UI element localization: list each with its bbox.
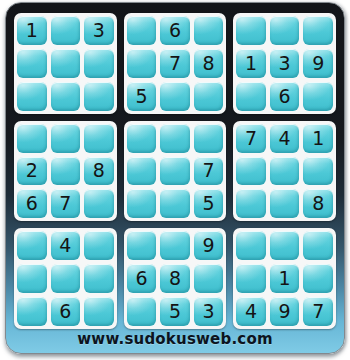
cell-r8c3[interactable] xyxy=(84,264,114,293)
cell-r3c7[interactable] xyxy=(236,82,266,111)
cell-r4c2[interactable] xyxy=(51,124,81,153)
box-1-1: 13 xyxy=(14,13,117,114)
cell-r6c4[interactable] xyxy=(127,189,157,218)
cell-r8c8[interactable]: 1 xyxy=(270,264,300,293)
cell-r9c3[interactable] xyxy=(84,297,114,326)
cell-r6c6[interactable]: 5 xyxy=(194,189,224,218)
cell-r7c8[interactable] xyxy=(270,231,300,260)
cell-r7c3[interactable] xyxy=(84,231,114,260)
box-2-3: 7418 xyxy=(233,121,336,222)
cell-r1c8[interactable] xyxy=(270,16,300,45)
cell-r9c5[interactable]: 5 xyxy=(160,297,190,326)
cell-r4c9[interactable]: 1 xyxy=(303,124,333,153)
cell-r5c1[interactable]: 2 xyxy=(17,157,47,186)
cell-r4c3[interactable] xyxy=(84,124,114,153)
sudoku-grid: 1367851396286775741846968531497 xyxy=(14,13,336,329)
cell-r2c7[interactable]: 1 xyxy=(236,49,266,78)
cell-r7c4[interactable] xyxy=(127,231,157,260)
cell-r2c4[interactable] xyxy=(127,49,157,78)
cell-r3c9[interactable] xyxy=(303,82,333,111)
cell-r2c5[interactable]: 7 xyxy=(160,49,190,78)
box-1-2: 6785 xyxy=(124,13,227,114)
cell-r3c1[interactable] xyxy=(17,82,47,111)
cell-r4c4[interactable] xyxy=(127,124,157,153)
cell-r8c9[interactable] xyxy=(303,264,333,293)
cell-r6c8[interactable] xyxy=(270,189,300,218)
cell-r8c6[interactable] xyxy=(194,264,224,293)
box-2-2: 75 xyxy=(124,121,227,222)
cell-r9c6[interactable]: 3 xyxy=(194,297,224,326)
cell-r1c2[interactable] xyxy=(51,16,81,45)
cell-r5c3[interactable]: 8 xyxy=(84,157,114,186)
cell-r5c6[interactable]: 7 xyxy=(194,157,224,186)
cell-r7c6[interactable]: 9 xyxy=(194,231,224,260)
cell-r5c2[interactable] xyxy=(51,157,81,186)
cell-r8c7[interactable] xyxy=(236,264,266,293)
box-3-3: 1497 xyxy=(233,228,336,329)
cell-r7c9[interactable] xyxy=(303,231,333,260)
board-frame: 1367851396286775741846968531497 www.sudo… xyxy=(5,2,345,354)
cell-r2c1[interactable] xyxy=(17,49,47,78)
cell-r4c8[interactable]: 4 xyxy=(270,124,300,153)
cell-r9c4[interactable] xyxy=(127,297,157,326)
cell-r7c1[interactable] xyxy=(17,231,47,260)
cell-r4c7[interactable]: 7 xyxy=(236,124,266,153)
cell-r6c3[interactable] xyxy=(84,189,114,218)
cell-r5c5[interactable] xyxy=(160,157,190,186)
cell-r8c4[interactable]: 6 xyxy=(127,264,157,293)
cell-r6c2[interactable]: 7 xyxy=(51,189,81,218)
cell-r6c7[interactable] xyxy=(236,189,266,218)
cell-r9c8[interactable]: 9 xyxy=(270,297,300,326)
cell-r7c2[interactable]: 4 xyxy=(51,231,81,260)
site-url-text: www.sudokusweb.com xyxy=(6,328,344,349)
cell-r9c2[interactable]: 6 xyxy=(51,297,81,326)
cell-r1c1[interactable]: 1 xyxy=(17,16,47,45)
cell-r3c4[interactable]: 5 xyxy=(127,82,157,111)
cell-r4c5[interactable] xyxy=(160,124,190,153)
box-3-1: 46 xyxy=(14,228,117,329)
cell-r3c3[interactable] xyxy=(84,82,114,111)
cell-r7c7[interactable] xyxy=(236,231,266,260)
cell-r3c5[interactable] xyxy=(160,82,190,111)
cell-r4c6[interactable] xyxy=(194,124,224,153)
cell-r2c8[interactable]: 3 xyxy=(270,49,300,78)
cell-r2c9[interactable]: 9 xyxy=(303,49,333,78)
cell-r3c2[interactable] xyxy=(51,82,81,111)
cell-r6c5[interactable] xyxy=(160,189,190,218)
cell-r2c3[interactable] xyxy=(84,49,114,78)
cell-r1c6[interactable] xyxy=(194,16,224,45)
cell-r8c2[interactable] xyxy=(51,264,81,293)
cell-r3c8[interactable]: 6 xyxy=(270,82,300,111)
cell-r1c5[interactable]: 6 xyxy=(160,16,190,45)
cell-r1c9[interactable] xyxy=(303,16,333,45)
cell-r9c7[interactable]: 4 xyxy=(236,297,266,326)
cell-r2c2[interactable] xyxy=(51,49,81,78)
cell-r5c4[interactable] xyxy=(127,157,157,186)
cell-r5c8[interactable] xyxy=(270,157,300,186)
cell-r9c1[interactable] xyxy=(17,297,47,326)
cell-r5c7[interactable] xyxy=(236,157,266,186)
cell-r6c9[interactable]: 8 xyxy=(303,189,333,218)
page-background: 1367851396286775741846968531497 www.sudo… xyxy=(0,0,350,360)
cell-r1c3[interactable]: 3 xyxy=(84,16,114,45)
cell-r9c9[interactable]: 7 xyxy=(303,297,333,326)
box-1-3: 1396 xyxy=(233,13,336,114)
cell-r1c7[interactable] xyxy=(236,16,266,45)
cell-r1c4[interactable] xyxy=(127,16,157,45)
cell-r4c1[interactable] xyxy=(17,124,47,153)
box-2-1: 2867 xyxy=(14,121,117,222)
cell-r8c1[interactable] xyxy=(17,264,47,293)
cell-r2c6[interactable]: 8 xyxy=(194,49,224,78)
cell-r3c6[interactable] xyxy=(194,82,224,111)
cell-r8c5[interactable]: 8 xyxy=(160,264,190,293)
box-3-2: 96853 xyxy=(124,228,227,329)
cell-r7c5[interactable] xyxy=(160,231,190,260)
cell-r5c9[interactable] xyxy=(303,157,333,186)
cell-r6c1[interactable]: 6 xyxy=(17,189,47,218)
